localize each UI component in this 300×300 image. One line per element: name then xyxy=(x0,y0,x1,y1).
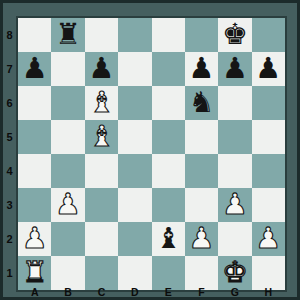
square-b2[interactable] xyxy=(51,222,84,256)
square-b8[interactable]: ♜ xyxy=(51,18,84,52)
square-e8[interactable] xyxy=(152,18,185,52)
white-bishop: ♝ xyxy=(88,88,114,117)
square-e3[interactable] xyxy=(152,188,185,222)
square-c8[interactable] xyxy=(85,18,118,52)
rank-label-1: 1 xyxy=(3,256,16,290)
square-b4[interactable] xyxy=(51,154,84,188)
square-d7[interactable] xyxy=(118,52,151,86)
black-pawn: ♟ xyxy=(189,54,215,83)
file-label-b: B xyxy=(51,287,84,296)
file-label-a: A xyxy=(18,287,51,296)
square-e6[interactable] xyxy=(152,86,185,120)
square-h3[interactable] xyxy=(252,188,285,222)
chess-diagram: 8 7 6 5 4 3 2 1 ♜♚♟♟♟♟♟♝♞♝♟♟♟♝♟♟♜♚ A B C… xyxy=(0,0,300,300)
square-f4[interactable] xyxy=(185,154,218,188)
file-label-h: H xyxy=(252,287,285,296)
square-f7[interactable]: ♟ xyxy=(185,52,218,86)
square-d6[interactable] xyxy=(118,86,151,120)
square-c5[interactable]: ♝ xyxy=(85,120,118,154)
white-pawn: ♟ xyxy=(22,224,48,253)
square-h4[interactable] xyxy=(252,154,285,188)
square-g8[interactable]: ♚ xyxy=(218,18,251,52)
square-h8[interactable] xyxy=(252,18,285,52)
rank-label-3: 3 xyxy=(3,188,16,222)
square-g3[interactable]: ♟ xyxy=(218,188,251,222)
square-a8[interactable] xyxy=(18,18,51,52)
square-a6[interactable] xyxy=(18,86,51,120)
rank-label-6: 6 xyxy=(3,86,16,120)
square-f8[interactable] xyxy=(185,18,218,52)
square-f6[interactable]: ♞ xyxy=(185,86,218,120)
square-d8[interactable] xyxy=(118,18,151,52)
square-h6[interactable] xyxy=(252,86,285,120)
square-g7[interactable]: ♟ xyxy=(218,52,251,86)
square-f5[interactable] xyxy=(185,120,218,154)
chess-board: ♜♚♟♟♟♟♟♝♞♝♟♟♟♝♟♟♜♚ xyxy=(16,16,287,292)
black-pawn: ♟ xyxy=(255,54,281,83)
file-label-c: C xyxy=(85,287,118,296)
square-g2[interactable] xyxy=(218,222,251,256)
square-d2[interactable] xyxy=(118,222,151,256)
square-a2[interactable]: ♟ xyxy=(18,222,51,256)
square-c6[interactable]: ♝ xyxy=(85,86,118,120)
square-h2[interactable]: ♟ xyxy=(252,222,285,256)
white-pawn: ♟ xyxy=(222,190,248,219)
file-label-g: G xyxy=(218,287,251,296)
white-pawn: ♟ xyxy=(189,224,215,253)
square-g4[interactable] xyxy=(218,154,251,188)
file-label-e: E xyxy=(152,287,185,296)
file-label-f: F xyxy=(185,287,218,296)
white-king: ♚ xyxy=(222,258,248,287)
square-h7[interactable]: ♟ xyxy=(252,52,285,86)
square-f2[interactable]: ♟ xyxy=(185,222,218,256)
square-f3[interactable] xyxy=(185,188,218,222)
white-pawn: ♟ xyxy=(255,224,281,253)
square-a7[interactable]: ♟ xyxy=(18,52,51,86)
black-pawn: ♟ xyxy=(222,54,248,83)
square-a4[interactable] xyxy=(18,154,51,188)
black-pawn: ♟ xyxy=(22,54,48,83)
square-e5[interactable] xyxy=(152,120,185,154)
square-g5[interactable] xyxy=(218,120,251,154)
square-b5[interactable] xyxy=(51,120,84,154)
square-c7[interactable]: ♟ xyxy=(85,52,118,86)
square-e7[interactable] xyxy=(152,52,185,86)
square-c4[interactable] xyxy=(85,154,118,188)
black-bishop: ♝ xyxy=(155,224,181,253)
white-rook: ♜ xyxy=(22,258,48,287)
square-d5[interactable] xyxy=(118,120,151,154)
white-bishop: ♝ xyxy=(88,122,114,151)
rank-label-7: 7 xyxy=(3,52,16,86)
rank-label-5: 5 xyxy=(3,120,16,154)
square-h5[interactable] xyxy=(252,120,285,154)
rank-label-4: 4 xyxy=(3,154,16,188)
square-d3[interactable] xyxy=(118,188,151,222)
square-e4[interactable] xyxy=(152,154,185,188)
rank-labels: 8 7 6 5 4 3 2 1 xyxy=(3,18,16,290)
square-c3[interactable] xyxy=(85,188,118,222)
file-label-d: D xyxy=(118,287,151,296)
square-e2[interactable]: ♝ xyxy=(152,222,185,256)
white-pawn: ♟ xyxy=(55,190,81,219)
square-b3[interactable]: ♟ xyxy=(51,188,84,222)
rank-label-8: 8 xyxy=(3,18,16,52)
square-b7[interactable] xyxy=(51,52,84,86)
square-a3[interactable] xyxy=(18,188,51,222)
file-labels: A B C D E F G H xyxy=(18,287,285,296)
square-b6[interactable] xyxy=(51,86,84,120)
black-pawn: ♟ xyxy=(88,54,114,83)
black-rook: ♜ xyxy=(55,20,81,49)
black-knight: ♞ xyxy=(189,88,215,117)
rank-label-2: 2 xyxy=(3,222,16,256)
square-d4[interactable] xyxy=(118,154,151,188)
black-king: ♚ xyxy=(222,20,248,49)
square-a5[interactable] xyxy=(18,120,51,154)
square-c2[interactable] xyxy=(85,222,118,256)
square-g6[interactable] xyxy=(218,86,251,120)
